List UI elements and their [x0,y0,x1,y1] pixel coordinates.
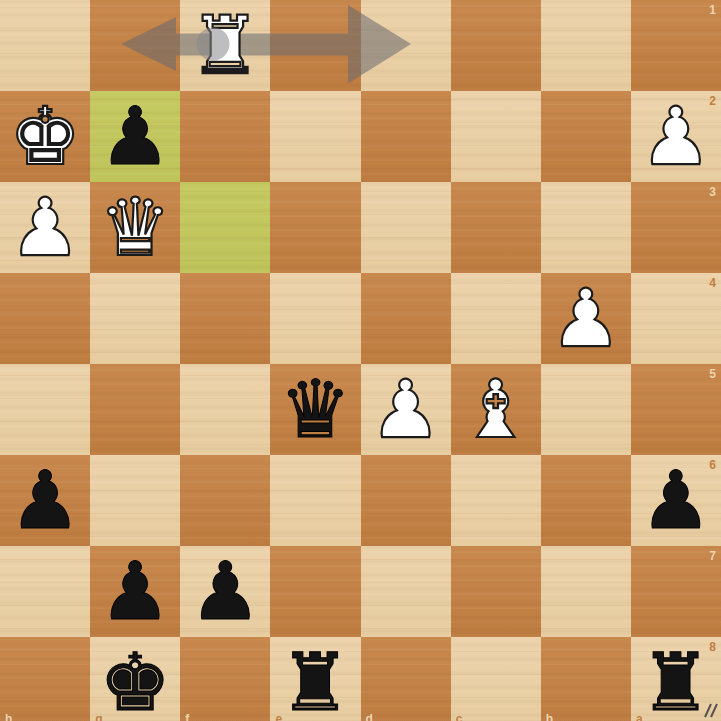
square-h7[interactable] [0,546,90,637]
square-b2[interactable] [541,91,631,182]
file-label-d: d [366,712,373,721]
rank-label-7: 7 [709,549,716,563]
square-c2[interactable] [451,91,541,182]
white-rook-f1[interactable]: ♜ [180,0,270,91]
square-a3[interactable]: 3 [631,182,721,273]
square-h2[interactable]: ♚ [0,91,90,182]
square-c5[interactable]: ♝ [451,364,541,455]
square-a1[interactable]: 1 [631,0,721,91]
rank-label-1: 1 [709,3,716,17]
square-h3[interactable]: ♟ [0,182,90,273]
square-h4[interactable] [0,273,90,364]
square-b8[interactable]: b [541,637,631,721]
square-d7[interactable] [361,546,451,637]
square-a5[interactable]: 5 [631,364,721,455]
square-d4[interactable] [361,273,451,364]
square-g5[interactable] [90,364,180,455]
square-g8[interactable]: ♚g [90,637,180,721]
square-f3[interactable] [180,182,270,273]
square-b5[interactable] [541,364,631,455]
black-rook-a8[interactable]: ♜ [631,637,721,721]
square-f4[interactable] [180,273,270,364]
square-g7[interactable]: ♟ [90,546,180,637]
file-label-f: f [185,712,189,721]
square-d2[interactable] [361,91,451,182]
black-pawn-g2[interactable]: ♟ [90,91,180,182]
square-d6[interactable] [361,455,451,546]
black-king-g8[interactable]: ♚ [90,637,180,721]
square-a4[interactable]: 4 [631,273,721,364]
white-pawn-a2[interactable]: ♟ [631,91,721,182]
square-f8[interactable]: f [180,637,270,721]
square-h6[interactable]: ♟ [0,455,90,546]
file-label-b: b [546,712,553,721]
white-pawn-h3[interactable]: ♟ [0,182,90,273]
square-f6[interactable] [180,455,270,546]
square-d1[interactable] [361,0,451,91]
rank-label-3: 3 [709,185,716,199]
square-e8[interactable]: ♜e [270,637,360,721]
square-b6[interactable] [541,455,631,546]
black-pawn-a6[interactable]: ♟ [631,455,721,546]
black-pawn-f7[interactable]: ♟ [180,546,270,637]
chess-board: ♜1♚♟♟2♟♛3♟4♛♟♝5♟♟6♟♟7h♚gf♜edcb♜a8 [0,0,721,721]
square-a2[interactable]: ♟2 [631,91,721,182]
square-c8[interactable]: c [451,637,541,721]
square-e6[interactable] [270,455,360,546]
rank-label-4: 4 [709,276,716,290]
square-c7[interactable] [451,546,541,637]
square-d5[interactable]: ♟ [361,364,451,455]
square-g2[interactable]: ♟ [90,91,180,182]
black-pawn-h6[interactable]: ♟ [0,455,90,546]
white-king-h2[interactable]: ♚ [0,91,90,182]
file-label-h: h [5,712,12,721]
square-e7[interactable] [270,546,360,637]
square-a6[interactable]: ♟6 [631,455,721,546]
square-b1[interactable] [541,0,631,91]
square-g6[interactable] [90,455,180,546]
black-queen-e5[interactable]: ♛ [270,364,360,455]
white-pawn-b4[interactable]: ♟ [541,273,631,364]
square-c1[interactable] [451,0,541,91]
square-e2[interactable] [270,91,360,182]
square-b7[interactable] [541,546,631,637]
black-rook-e8[interactable]: ♜ [270,637,360,721]
square-a7[interactable]: 7 [631,546,721,637]
square-c6[interactable] [451,455,541,546]
square-c4[interactable] [451,273,541,364]
square-f2[interactable] [180,91,270,182]
square-d8[interactable]: d [361,637,451,721]
square-c3[interactable] [451,182,541,273]
black-pawn-g7[interactable]: ♟ [90,546,180,637]
square-g3[interactable]: ♛ [90,182,180,273]
square-h1[interactable] [0,0,90,91]
rank-label-5: 5 [709,367,716,381]
white-queen-g3[interactable]: ♛ [90,182,180,273]
square-d3[interactable] [361,182,451,273]
square-g4[interactable] [90,273,180,364]
file-label-c: c [456,712,463,721]
square-f7[interactable]: ♟ [180,546,270,637]
square-a8[interactable]: ♜a8 [631,637,721,721]
square-b4[interactable]: ♟ [541,273,631,364]
square-g1[interactable] [90,0,180,91]
square-e4[interactable] [270,273,360,364]
square-e1[interactable] [270,0,360,91]
square-e5[interactable]: ♛ [270,364,360,455]
square-f5[interactable] [180,364,270,455]
square-h5[interactable] [0,364,90,455]
square-b3[interactable] [541,182,631,273]
square-f1[interactable]: ♜ [180,0,270,91]
white-pawn-d5[interactable]: ♟ [361,364,451,455]
square-h8[interactable]: h [0,637,90,721]
white-bishop-c5[interactable]: ♝ [451,364,541,455]
square-e3[interactable] [270,182,360,273]
